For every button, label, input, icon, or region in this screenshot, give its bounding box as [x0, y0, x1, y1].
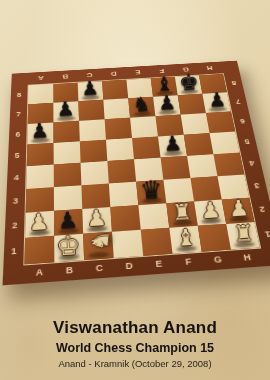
poster-background: ABCDEFGH ABCDEFGH 87654321 87654321 ♟♝♚♟… [0, 0, 270, 380]
square-h6[interactable] [206, 111, 235, 133]
square-d4[interactable] [107, 159, 136, 183]
square-a4[interactable] [26, 165, 54, 189]
black-pawn-glyph: ♟ [208, 88, 227, 111]
square-d3[interactable] [109, 182, 139, 207]
file-label-far-f: F [149, 67, 174, 75]
chess-board: ABCDEFGH ABCDEFGH 87654321 87654321 ♟♝♚♟… [3, 61, 270, 286]
square-e5[interactable] [132, 136, 161, 159]
square-d5[interactable] [106, 138, 134, 161]
square-d7[interactable] [103, 98, 130, 119]
white-king-b1[interactable]: ♚ [53, 232, 84, 260]
rank-label-right-5: 5 [238, 131, 256, 153]
black-pawn-glyph: ♟ [157, 91, 176, 114]
rank-label-left-3: 3 [8, 189, 23, 214]
square-h1[interactable]: ♜ [226, 222, 260, 250]
square-a5[interactable] [27, 143, 54, 166]
square-g4[interactable] [187, 154, 217, 178]
square-f4[interactable] [161, 156, 191, 180]
black-pawn-glyph: ♟ [30, 119, 50, 143]
square-a8[interactable] [28, 84, 53, 104]
rank-label-right-8: 8 [226, 73, 243, 92]
file-label-near-c: C [84, 262, 114, 274]
match-info: Anand - Kramnik (October 29, 2008) [0, 358, 270, 369]
rank-label-right-1: 1 [258, 221, 270, 248]
rank-label-right-3: 3 [247, 173, 266, 197]
black-queen-glyph: ♛ [139, 175, 163, 205]
file-label-far-c: C [77, 71, 102, 79]
square-e1[interactable] [141, 228, 173, 256]
square-c4[interactable] [81, 161, 109, 185]
square-c5[interactable] [80, 140, 108, 163]
white-knight-glyph: ♞ [86, 229, 114, 251]
black-queen-e3[interactable]: ♛ [137, 177, 167, 204]
file-label-far-d: D [101, 70, 126, 78]
board-frame: ABCDEFGH ABCDEFGH 87654321 87654321 ♟♝♚♟… [3, 61, 270, 286]
square-c8[interactable]: ♟ [78, 81, 104, 101]
black-pawn-glyph: ♟ [56, 97, 75, 121]
file-label-far-g: G [173, 66, 198, 74]
black-knight-glyph: ♞ [132, 93, 151, 116]
black-pawn-h7[interactable]: ♟ [204, 88, 231, 112]
caption-block: Viswanathan Anand World Chess Champion 1… [0, 318, 270, 369]
file-label-near-a: A [24, 266, 54, 278]
black-king-g8[interactable]: ♚ [176, 71, 202, 94]
rank-label-right-4: 4 [243, 151, 262, 174]
square-f1[interactable]: ♝ [169, 226, 201, 254]
square-g1[interactable] [198, 224, 231, 252]
square-a2[interactable]: ♟ [25, 211, 54, 238]
black-pawn-a6[interactable]: ♟ [26, 118, 54, 143]
black-pawn-glyph: ♟ [81, 77, 100, 100]
file-label-near-f: F [173, 256, 204, 268]
square-d2[interactable] [110, 205, 140, 232]
file-label-far-e: E [126, 68, 151, 76]
square-g5[interactable] [184, 133, 214, 156]
white-pawn-c2[interactable]: ♟ [81, 204, 111, 232]
white-knight-c1[interactable]: ♞ [82, 230, 113, 258]
file-label-near-h: H [232, 251, 263, 263]
white-rook-glyph: ♜ [172, 199, 194, 226]
file-label-near-d: D [114, 260, 145, 272]
square-c7[interactable] [78, 100, 104, 121]
rank-label-left-8: 8 [12, 86, 26, 106]
white-bishop-f1[interactable]: ♝ [170, 224, 201, 252]
file-label-far-h: H [197, 64, 222, 72]
square-e7[interactable]: ♞ [128, 97, 155, 118]
file-label-far-a: A [29, 74, 53, 82]
square-c6[interactable] [79, 119, 106, 141]
square-f5[interactable]: ♟ [158, 135, 187, 158]
black-pawn-f7[interactable]: ♟ [154, 91, 181, 115]
white-bishop-glyph: ♝ [175, 224, 197, 252]
black-pawn-f5[interactable]: ♟ [159, 131, 187, 156]
rank-label-left-2: 2 [7, 213, 23, 239]
white-pawn-a2[interactable]: ♟ [24, 208, 54, 236]
square-d8[interactable] [102, 80, 128, 100]
black-pawn-c8[interactable]: ♟ [77, 77, 103, 100]
subtitle: World Chess Champion 15 [0, 341, 270, 355]
white-pawn-glyph: ♟ [28, 209, 50, 236]
square-f7[interactable]: ♟ [153, 95, 181, 116]
square-d1[interactable] [112, 230, 143, 258]
white-rook-glyph: ♜ [233, 220, 255, 247]
square-b5[interactable] [54, 141, 81, 164]
white-pawn-h2[interactable]: ♟ [224, 195, 254, 222]
square-a1[interactable] [24, 236, 54, 264]
white-pawn-g2[interactable]: ♟ [196, 197, 226, 224]
file-label-near-b: B [54, 264, 84, 276]
square-a6[interactable]: ♟ [27, 122, 53, 144]
white-pawn-glyph: ♟ [200, 197, 222, 224]
rank-label-left-7: 7 [11, 104, 25, 125]
rank-label-left-5: 5 [10, 145, 25, 168]
file-label-near-g: G [202, 254, 233, 266]
square-c1[interactable]: ♞ [83, 232, 114, 260]
square-b4[interactable] [54, 163, 82, 187]
square-b1[interactable]: ♚ [54, 234, 84, 262]
rank-label-right-2: 2 [252, 196, 270, 221]
white-rook-f2[interactable]: ♜ [167, 199, 197, 226]
white-king-glyph: ♚ [56, 230, 81, 262]
page-title: Viswanathan Anand [0, 318, 270, 338]
square-e6[interactable] [130, 116, 158, 138]
square-g2[interactable]: ♟ [194, 200, 226, 226]
rank-label-right-6: 6 [234, 111, 252, 132]
rank-label-left-6: 6 [11, 124, 25, 145]
square-h4[interactable] [213, 153, 244, 177]
rank-label-left-4: 4 [9, 166, 24, 190]
file-labels-far: ABCDEFGH [12, 61, 237, 74]
white-pawn-glyph: ♟ [228, 195, 250, 222]
square-b7[interactable]: ♟ [53, 101, 79, 122]
black-pawn-glyph: ♟ [163, 131, 183, 156]
board-grid: ♟♝♚♟♞♟♟♟♟♛♟♟♟♜♟♟♚♞♝♜ [24, 74, 259, 264]
square-h7[interactable]: ♟ [202, 92, 231, 113]
file-label-near-e: E [144, 258, 175, 270]
white-rook-h1[interactable]: ♜ [229, 220, 260, 248]
square-h5[interactable] [210, 132, 240, 155]
square-e2[interactable] [138, 203, 169, 230]
black-pawn-b7[interactable]: ♟ [52, 97, 79, 121]
square-g7[interactable] [178, 94, 206, 115]
black-knight-e7[interactable]: ♞ [128, 92, 155, 116]
rank-label-right-7: 7 [230, 91, 247, 111]
square-e3[interactable]: ♛ [136, 180, 166, 205]
file-label-far-b: B [53, 73, 77, 81]
square-d6[interactable] [105, 118, 132, 140]
white-pawn-glyph: ♟ [86, 205, 108, 232]
rank-label-left-1: 1 [6, 238, 22, 266]
square-b6[interactable] [53, 121, 79, 143]
